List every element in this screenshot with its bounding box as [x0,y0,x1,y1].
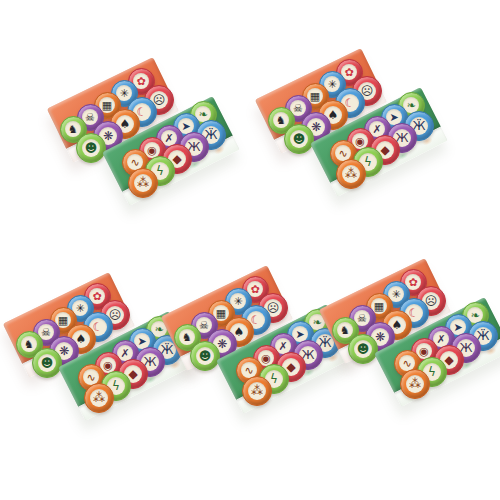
grasshopper-icon: ϟ [428,366,436,378]
beetle-icon: ◆ [444,354,453,366]
stamp-monster: ☻ [284,124,312,158]
dragonfly-icon: ✗ [164,133,173,144]
monster-icon: ☻ [85,142,98,154]
monster-stamp-cap: ☻ [76,133,106,163]
caterpillar-icon: ∿ [402,358,411,369]
ladybug-icon: ◉ [261,353,271,364]
ant-stamp-cap: ⁂ [84,383,114,413]
monster-stamp-face: ☻ [38,354,56,372]
grasshopper-icon: ϟ [270,373,278,385]
leaf-icon: ❧ [470,310,479,321]
monster-stamp-face: ☻ [354,340,372,358]
beetle-icon: ◆ [172,153,181,165]
stamp-set-cluster-5: ✿✳☹▦☾☠♠♞❋☻❧➤Ӝ✗Ж◉◆∿ϟ⁂ [326,241,500,431]
ant-stamp-face: ⁂ [248,382,266,400]
grasshopper-icon: ϟ [156,165,164,177]
caterpillar-icon: ∿ [130,157,139,168]
ladybug-icon: ◉ [419,346,429,357]
ant-stamp-cap: ⁂ [128,168,158,198]
monster-stamp-cap: ☻ [284,124,314,154]
ant-stamp-face: ⁂ [406,375,424,393]
monster-stamp-face: ☻ [82,139,100,157]
web-icon: ❋ [217,338,227,350]
bird-icon: ➤ [389,112,398,123]
stamp-monster: ☻ [348,334,376,368]
beetle-icon: ◆ [286,361,295,373]
ladybug-icon: ◉ [103,360,113,371]
monster-stamp-cap: ☻ [32,348,62,378]
web-icon: ❋ [311,121,321,133]
grasshopper-icon: ϟ [112,380,120,392]
ant-stamp-face: ⁂ [134,174,152,192]
ant-stamp-cap: ⁂ [400,369,430,399]
ant-stamp-cap: ⁂ [336,159,366,189]
ant-stamp-cap: ⁂ [242,376,272,406]
leaf-icon: ❧ [154,324,163,335]
stamp-ant: ⁂ [128,168,156,202]
leaf-icon: ❧ [198,109,207,120]
ladybug-icon: ◉ [355,136,365,147]
ant-stamp-face: ⁂ [90,389,108,407]
caterpillar-icon: ∿ [244,365,253,376]
ant-icon: ⁂ [409,378,421,390]
monster-icon: ☻ [357,343,370,355]
leaf-icon: ❧ [406,100,415,111]
web-icon: ❋ [59,345,69,357]
stamp-ant: ⁂ [242,376,270,410]
stamp-ant: ⁂ [400,369,428,403]
monster-stamp-face: ☻ [290,130,308,148]
bird-icon: ➤ [295,329,304,340]
stamp-set-cluster-2: ✿✳☹▦☾☠♠♞❋☻❧➤Ӝ✗Ж◉◆∿ϟ⁂ [262,31,457,221]
web-icon: ❋ [375,331,385,343]
dragonfly-icon: ✗ [372,124,381,135]
monster-icon: ☻ [199,350,212,362]
beetle-icon: ◆ [128,368,137,380]
ladybug-icon: ◉ [147,145,157,156]
stamp-set-cluster-1: ✿✳☹▦☾☠♠♞❋☻❧➤Ӝ✗Ж◉◆∿ϟ⁂ [54,40,249,230]
grasshopper-icon: ϟ [364,156,372,168]
ant-icon: ⁂ [93,392,105,404]
stamp-ant: ⁂ [336,159,364,193]
caterpillar-icon: ∿ [338,148,347,159]
stamp-monster: ☻ [190,341,218,375]
stamp-ant: ⁂ [84,383,112,417]
caterpillar-icon: ∿ [86,372,95,383]
bird-icon: ➤ [453,322,462,333]
ant-icon: ⁂ [251,385,263,397]
dragonfly-icon: ✗ [120,348,129,359]
dragonfly-icon: ✗ [278,341,287,352]
product-photo: ✿✳☹▦☾☠♠♞❋☻❧➤Ӝ✗Ж◉◆∿ϟ⁂✿✳☹▦☾☠♠♞❋☻❧➤Ӝ✗Ж◉◆∿ϟ⁂… [0,0,500,500]
bird-icon: ➤ [137,336,146,347]
leaf-icon: ❧ [312,317,321,328]
stamp-monster: ☻ [32,348,60,382]
monster-stamp-face: ☻ [196,347,214,365]
ant-icon: ⁂ [137,177,149,189]
ant-stamp-face: ⁂ [342,165,360,183]
stamp-monster: ☻ [76,133,104,167]
ant-icon: ⁂ [345,168,357,180]
dragonfly-icon: ✗ [436,334,445,345]
bird-icon: ➤ [181,121,190,132]
monster-icon: ☻ [293,133,306,145]
monster-stamp-cap: ☻ [190,341,220,371]
web-icon: ❋ [103,130,113,142]
monster-icon: ☻ [41,357,54,369]
beetle-icon: ◆ [380,144,389,156]
monster-stamp-cap: ☻ [348,334,378,364]
